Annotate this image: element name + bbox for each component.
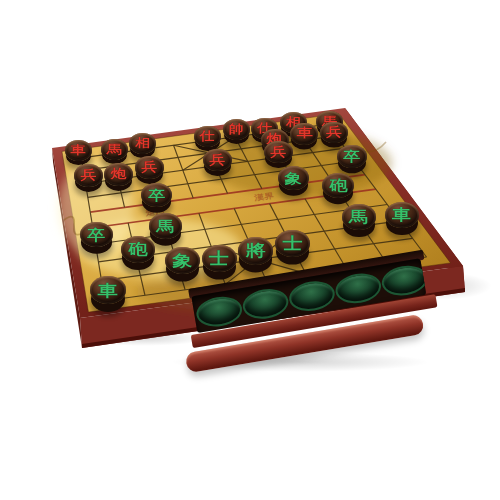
piece-character: 車 (290, 125, 318, 142)
piece-character: 馬 (149, 215, 182, 236)
piece-character: 帥 (223, 121, 250, 138)
piece-character: 卒 (337, 147, 367, 166)
piece-character: 砲 (121, 239, 155, 260)
xiangqi-piece[interactable]: 砲 (322, 173, 354, 198)
xiangqi-piece[interactable]: 卒 (337, 145, 367, 168)
xiangqi-piece[interactable]: 炮 (104, 163, 133, 186)
xiangqi-piece[interactable]: 馬 (342, 204, 376, 231)
piece-character: 象 (278, 169, 309, 188)
product-photo: 楚河漢界 車馬相仕帥仕相馬炮車兵兵炮兵兵兵卒卒象砲卒馬砲馬車象士將士車 (0, 0, 500, 500)
piece-character: 馬 (101, 141, 128, 158)
xiangqi-piece[interactable]: 將 (238, 237, 273, 264)
xiangqi-piece[interactable]: 士 (275, 230, 310, 257)
piece-character: 兵 (135, 159, 164, 177)
xiangqi-piece[interactable]: 車 (65, 140, 92, 161)
xiangqi-piece[interactable]: 卒 (80, 222, 113, 248)
piece-character: 象 (165, 250, 200, 272)
piece-character: 兵 (320, 124, 348, 141)
xiangqi-piece[interactable]: 兵 (135, 156, 164, 179)
xiangqi-piece[interactable]: 象 (165, 247, 200, 274)
pieces-layer: 車馬相仕帥仕相馬炮車兵兵炮兵兵兵卒卒象砲卒馬砲馬車象士將士車 (0, 0, 500, 500)
piece-character: 炮 (104, 165, 133, 183)
xiangqi-piece[interactable]: 車 (290, 123, 318, 145)
xiangqi-piece[interactable]: 兵 (320, 122, 348, 144)
piece-character: 車 (385, 204, 419, 225)
piece-character: 砲 (322, 176, 354, 196)
piece-character: 兵 (264, 143, 293, 161)
xiangqi-piece[interactable]: 車 (385, 202, 419, 229)
xiangqi-piece[interactable]: 帥 (223, 119, 250, 140)
xiangqi-piece[interactable]: 兵 (264, 141, 293, 164)
piece-character: 士 (275, 233, 310, 255)
piece-character: 兵 (74, 167, 103, 185)
xiangqi-piece[interactable]: 砲 (121, 236, 155, 263)
xiangqi-piece[interactable]: 相 (129, 133, 156, 154)
piece-character: 車 (65, 142, 92, 159)
piece-character: 相 (129, 135, 156, 152)
piece-character: 馬 (342, 206, 376, 227)
piece-character: 兵 (203, 151, 232, 169)
xiangqi-piece[interactable]: 馬 (149, 213, 182, 239)
piece-character: 士 (202, 247, 237, 269)
piece-character: 仕 (194, 128, 221, 145)
xiangqi-piece[interactable]: 象 (278, 166, 309, 190)
piece-character: 卒 (80, 224, 113, 245)
piece-character: 卒 (141, 185, 172, 204)
xiangqi-piece[interactable]: 卒 (141, 183, 172, 207)
xiangqi-piece[interactable]: 兵 (203, 149, 232, 172)
xiangqi-piece[interactable]: 馬 (101, 139, 128, 160)
piece-character: 車 (90, 278, 126, 300)
xiangqi-piece[interactable]: 士 (202, 245, 237, 272)
xiangqi-piece[interactable]: 車 (90, 276, 126, 304)
xiangqi-piece[interactable]: 兵 (74, 164, 103, 187)
piece-character: 將 (238, 240, 273, 262)
xiangqi-piece[interactable]: 仕 (194, 126, 221, 147)
